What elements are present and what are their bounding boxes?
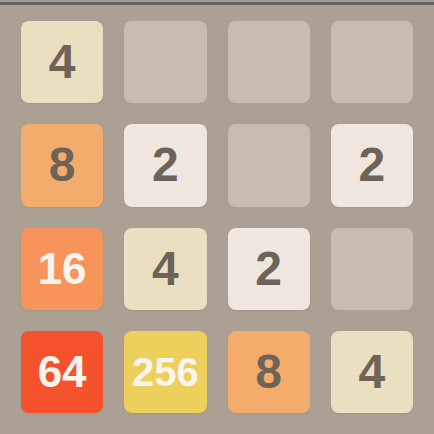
cell-r1-c3	[228, 21, 310, 103]
cell-r1-c4	[331, 21, 413, 103]
cell-r3-c3: 2	[228, 228, 310, 310]
cell-r2-c2: 2	[124, 124, 206, 206]
cell-r3-c1: 16	[21, 228, 103, 310]
game-board-2048[interactable]: 4 8 2 2 16 4 2 64 256 8 4	[0, 0, 434, 434]
cell-r2-c3	[228, 124, 310, 206]
cell-r3-c2: 4	[124, 228, 206, 310]
cell-r1-c1: 4	[21, 21, 103, 103]
tile-grid: 4 8 2 2 16 4 2 64 256 8 4	[0, 0, 434, 434]
cell-r4-c3: 8	[228, 331, 310, 413]
cell-r4-c4: 4	[331, 331, 413, 413]
cell-r4-c2: 256	[124, 331, 206, 413]
cell-r1-c2	[124, 21, 206, 103]
cell-r2-c4: 2	[331, 124, 413, 206]
cell-r4-c1: 64	[21, 331, 103, 413]
cell-r3-c4	[331, 228, 413, 310]
cell-r2-c1: 8	[21, 124, 103, 206]
